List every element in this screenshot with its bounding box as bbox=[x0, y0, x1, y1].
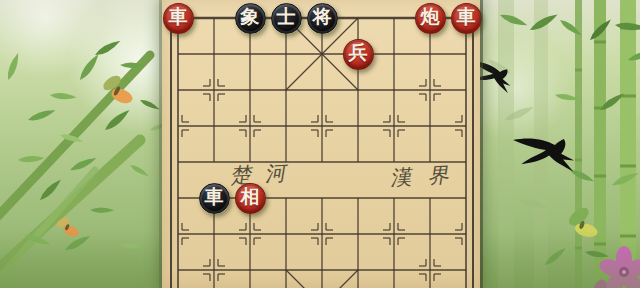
piece-label: 将 bbox=[313, 4, 332, 30]
piece-label: 象 bbox=[241, 4, 260, 30]
piece-red-soldier[interactable]: 兵 bbox=[343, 39, 374, 70]
piece-red-elephant[interactable]: 相 bbox=[235, 183, 266, 214]
piece-label: 兵 bbox=[349, 40, 368, 66]
piece-black-general[interactable]: 将 bbox=[307, 3, 338, 34]
xiangqi-board: 楚河 漢界 車象士将炮車兵車相 bbox=[162, 0, 480, 288]
board-grid bbox=[162, 0, 480, 288]
piece-red-chariot[interactable]: 車 bbox=[163, 3, 194, 34]
piece-label: 炮 bbox=[421, 4, 440, 30]
piece-label: 車 bbox=[457, 4, 476, 30]
piece-label: 車 bbox=[205, 184, 224, 210]
piece-red-cannon[interactable]: 炮 bbox=[415, 3, 446, 34]
river-label-right: 漢界 bbox=[390, 162, 469, 190]
piece-black-chariot[interactable]: 車 bbox=[199, 183, 230, 214]
piece-black-elephant[interactable]: 象 bbox=[235, 3, 266, 34]
piece-label: 車 bbox=[169, 4, 188, 30]
piece-black-advisor[interactable]: 士 bbox=[271, 3, 302, 34]
piece-red-chariot[interactable]: 車 bbox=[451, 3, 482, 34]
scene: 楚河 漢界 車象士将炮車兵車相 bbox=[0, 0, 640, 288]
piece-label: 相 bbox=[241, 184, 260, 210]
piece-label: 士 bbox=[277, 4, 296, 30]
